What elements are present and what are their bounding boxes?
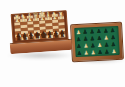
stored-piece-dark: ♟: [76, 37, 81, 43]
drawer-felt: ♟♟♟♟♟♟♟♟♟♟♟♟♟♟♟♟♟♟♟♟♟♟♟♟: [74, 26, 119, 57]
product-photo-scene: ♜♞♝♛♚♝♞♜♟♟♟♟♟♟♟♟♟♟♟♟♟♟♟♟♜♞♝♛♚♝♞♜ ♟♟♟♟♟♟♟…: [0, 0, 125, 87]
board-grid: [14, 13, 66, 40]
stored-piece-light: ♟: [84, 50, 89, 56]
stored-piece-dark: ♟: [104, 49, 109, 55]
chess-board: [11, 10, 69, 44]
stored-piece-dark: ♟: [90, 36, 95, 42]
stored-piece-dark: ♟: [110, 35, 115, 41]
stored-piece-dark: ♟: [83, 36, 88, 42]
stored-piece-light: ♟: [111, 49, 116, 55]
storage-drawer: ♟♟♟♟♟♟♟♟♟♟♟♟♟♟♟♟♟♟♟♟♟♟♟♟: [70, 22, 124, 63]
chess-box: ♜♞♝♛♚♝♞♜♟♟♟♟♟♟♟♟♟♟♟♟♟♟♟♟♜♞♝♛♚♝♞♜: [8, 10, 73, 54]
stored-piece-dark: ♟: [97, 36, 102, 42]
stored-piece-light: ♟: [91, 50, 96, 56]
board-square: [59, 34, 65, 37]
stored-piece-dark: ♟: [77, 51, 82, 57]
stored-piece-dark: ♟: [97, 49, 102, 55]
stored-piece-light: ♟: [104, 35, 109, 41]
